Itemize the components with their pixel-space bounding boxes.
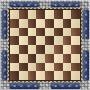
frame-blue-inlay-bottom-left	[10, 83, 39, 89]
square-g7[interactable]	[63, 19, 72, 28]
square-h3[interactable]	[71, 54, 80, 63]
square-c7[interactable]	[28, 19, 37, 28]
frame-blue-inlay-top-left	[10, 2, 39, 8]
square-b3[interactable]	[19, 54, 28, 63]
square-a6[interactable]	[10, 28, 19, 37]
square-e7[interactable]	[45, 19, 54, 28]
square-f1[interactable]	[54, 71, 63, 80]
frame-blue-inlay-left-top	[2, 10, 8, 39]
square-b1[interactable]	[19, 71, 28, 80]
square-d5[interactable]	[36, 36, 45, 45]
square-g1[interactable]	[63, 71, 72, 80]
square-e3[interactable]	[45, 54, 54, 63]
square-f7[interactable]	[54, 19, 63, 28]
square-b7[interactable]	[19, 19, 28, 28]
square-d3[interactable]	[36, 54, 45, 63]
frame-blue-inlay-top-right	[51, 2, 80, 8]
square-g2[interactable]	[63, 63, 72, 72]
square-d2[interactable]	[36, 63, 45, 72]
square-f6[interactable]	[54, 28, 63, 37]
square-e1[interactable]	[45, 71, 54, 80]
square-b6[interactable]	[19, 28, 28, 37]
square-c4[interactable]	[28, 45, 37, 54]
square-c8[interactable]	[28, 10, 37, 19]
square-b2[interactable]	[19, 63, 28, 72]
square-f8[interactable]	[54, 10, 63, 19]
square-f2[interactable]	[54, 63, 63, 72]
square-a7[interactable]	[10, 19, 19, 28]
frame-blue-inlay-right-bottom	[83, 51, 89, 80]
square-e2[interactable]	[45, 63, 54, 72]
square-a2[interactable]	[10, 63, 19, 72]
frame-blue-inlay-right-top	[83, 10, 89, 39]
square-g8[interactable]	[63, 10, 72, 19]
square-h5[interactable]	[71, 36, 80, 45]
square-g5[interactable]	[63, 36, 72, 45]
square-d6[interactable]	[36, 28, 45, 37]
square-f5[interactable]	[54, 36, 63, 45]
square-d4[interactable]	[36, 45, 45, 54]
square-h4[interactable]	[71, 45, 80, 54]
square-b4[interactable]	[19, 45, 28, 54]
square-c2[interactable]	[28, 63, 37, 72]
square-a4[interactable]	[10, 45, 19, 54]
square-h2[interactable]	[71, 63, 80, 72]
square-b8[interactable]	[19, 10, 28, 19]
square-c6[interactable]	[28, 28, 37, 37]
frame-blue-inlay-left-bottom	[2, 51, 8, 80]
square-c1[interactable]	[28, 71, 37, 80]
square-a1[interactable]	[10, 71, 19, 80]
square-e6[interactable]	[45, 28, 54, 37]
square-f3[interactable]	[54, 54, 63, 63]
square-d8[interactable]	[36, 10, 45, 19]
square-g4[interactable]	[63, 45, 72, 54]
square-h6[interactable]	[71, 28, 80, 37]
square-d7[interactable]	[36, 19, 45, 28]
square-g3[interactable]	[63, 54, 72, 63]
square-a3[interactable]	[10, 54, 19, 63]
square-h8[interactable]	[71, 10, 80, 19]
square-c5[interactable]	[28, 36, 37, 45]
chess-board[interactable]	[10, 10, 80, 80]
square-c3[interactable]	[28, 54, 37, 63]
square-b5[interactable]	[19, 36, 28, 45]
square-f4[interactable]	[54, 45, 63, 54]
square-e8[interactable]	[45, 10, 54, 19]
square-a8[interactable]	[10, 10, 19, 19]
square-a5[interactable]	[10, 36, 19, 45]
square-e4[interactable]	[45, 45, 54, 54]
square-h1[interactable]	[71, 71, 80, 80]
frame-blue-inlay-bottom-right	[51, 83, 80, 89]
chess-board-frame	[0, 0, 90, 90]
square-d1[interactable]	[36, 71, 45, 80]
square-g6[interactable]	[63, 28, 72, 37]
square-e5[interactable]	[45, 36, 54, 45]
square-h7[interactable]	[71, 19, 80, 28]
